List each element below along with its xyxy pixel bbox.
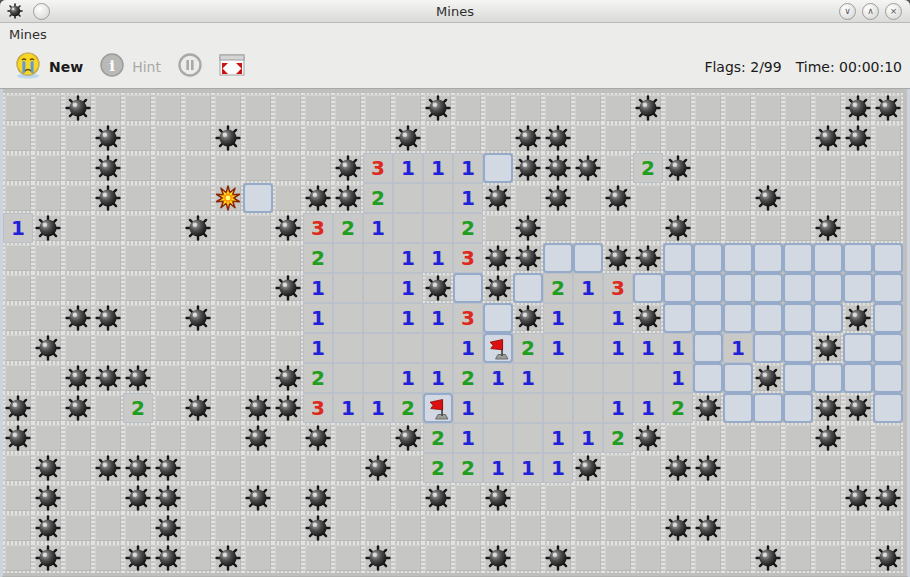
cell-r11-c29[interactable] [873, 423, 903, 453]
cell-r6-c20[interactable]: 3 [603, 273, 633, 303]
cell-r1-c12[interactable] [363, 123, 393, 153]
cell-r10-c0-mine[interactable] [3, 393, 33, 423]
cell-r15-c17[interactable] [513, 543, 543, 573]
cell-r4-c26[interactable] [783, 213, 813, 243]
cell-r1-c28-mine[interactable] [843, 123, 873, 153]
cell-r9-c24[interactable] [723, 363, 753, 393]
cell-r10-c17[interactable] [513, 393, 543, 423]
cell-r15-c6[interactable] [183, 543, 213, 573]
cell-r5-c25[interactable] [753, 243, 783, 273]
cell-r10-c6-mine[interactable] [183, 393, 213, 423]
cell-r6-c1[interactable] [33, 273, 63, 303]
pause-button[interactable] [169, 48, 211, 86]
cell-r6-c19[interactable]: 1 [573, 273, 603, 303]
cell-r9-c26[interactable] [783, 363, 813, 393]
cell-r3-c2[interactable] [63, 183, 93, 213]
cell-r8-c29[interactable] [873, 333, 903, 363]
cell-r5-c1[interactable] [33, 243, 63, 273]
cell-r12-c6[interactable] [183, 453, 213, 483]
cell-r13-c12[interactable] [363, 483, 393, 513]
cell-r10-c24[interactable] [723, 393, 753, 423]
cell-r8-c25[interactable] [753, 333, 783, 363]
cell-r5-c18[interactable] [543, 243, 573, 273]
cell-r13-c24[interactable] [723, 483, 753, 513]
cell-r15-c25-mine[interactable] [753, 543, 783, 573]
cell-r9-c14[interactable]: 1 [423, 363, 453, 393]
cell-r12-c10[interactable] [303, 453, 333, 483]
cell-r3-c27[interactable] [813, 183, 843, 213]
cell-r7-c16[interactable] [483, 303, 513, 333]
cell-r10-c11[interactable]: 1 [333, 393, 363, 423]
cell-r3-c5[interactable] [153, 183, 183, 213]
cell-r0-c25[interactable] [753, 93, 783, 123]
cell-r7-c22[interactable] [663, 303, 693, 333]
cell-r15-c11[interactable] [333, 543, 363, 573]
cell-r5-c15[interactable]: 3 [453, 243, 483, 273]
cell-r14-c2[interactable] [63, 513, 93, 543]
cell-r4-c14[interactable] [423, 213, 453, 243]
cell-r7-c21-mine[interactable] [633, 303, 663, 333]
cell-r9-c17[interactable]: 1 [513, 363, 543, 393]
cell-r9-c21[interactable] [633, 363, 663, 393]
cell-r5-c6[interactable] [183, 243, 213, 273]
cell-r5-c8[interactable] [243, 243, 273, 273]
cell-r2-c8[interactable] [243, 153, 273, 183]
cell-r2-c15[interactable]: 1 [453, 153, 483, 183]
cell-r1-c3-mine[interactable] [93, 123, 123, 153]
cell-r2-c17-mine[interactable] [513, 153, 543, 183]
cell-r13-c18[interactable] [543, 483, 573, 513]
cell-r6-c4[interactable] [123, 273, 153, 303]
cell-r8-c10[interactable]: 1 [303, 333, 333, 363]
cell-r2-c3-mine[interactable] [93, 153, 123, 183]
cell-r2-c1[interactable] [33, 153, 63, 183]
cell-r9-c5[interactable] [153, 363, 183, 393]
cell-r5-c0[interactable] [3, 243, 33, 273]
cell-r11-c9[interactable] [273, 423, 303, 453]
cell-r15-c4-mine[interactable] [123, 543, 153, 573]
cell-r6-c7[interactable] [213, 273, 243, 303]
cell-r12-c4-mine[interactable] [123, 453, 153, 483]
cell-r3-c18-mine[interactable] [543, 183, 573, 213]
cell-r0-c6[interactable] [183, 93, 213, 123]
cell-r8-c13[interactable] [393, 333, 423, 363]
cell-r13-c5-mine[interactable] [153, 483, 183, 513]
cell-r10-c25[interactable] [753, 393, 783, 423]
cell-r8-c20[interactable]: 1 [603, 333, 633, 363]
cell-r4-c19[interactable] [573, 213, 603, 243]
cell-r6-c5[interactable] [153, 273, 183, 303]
cell-r3-c4[interactable] [123, 183, 153, 213]
cell-r6-c10[interactable]: 1 [303, 273, 333, 303]
cell-r2-c0[interactable] [3, 153, 33, 183]
cell-r12-c15[interactable]: 2 [453, 453, 483, 483]
cell-r11-c5[interactable] [153, 423, 183, 453]
close-button[interactable]: × [885, 3, 902, 20]
cell-r0-c16[interactable] [483, 93, 513, 123]
cell-r1-c0[interactable] [3, 123, 33, 153]
cell-r4-c24[interactable] [723, 213, 753, 243]
cell-r7-c28-mine[interactable] [843, 303, 873, 333]
cell-r13-c6[interactable] [183, 483, 213, 513]
cell-r3-c29[interactable] [873, 183, 903, 213]
cell-r6-c18[interactable]: 2 [543, 273, 573, 303]
cell-r13-c21[interactable] [633, 483, 663, 513]
cell-r2-c20[interactable] [603, 153, 633, 183]
cell-r1-c25[interactable] [753, 123, 783, 153]
cell-r4-c21[interactable] [633, 213, 663, 243]
cell-r1-c17-mine[interactable] [513, 123, 543, 153]
cell-r5-c12[interactable] [363, 243, 393, 273]
cell-r0-c17[interactable] [513, 93, 543, 123]
cell-r2-c6[interactable] [183, 153, 213, 183]
fullscreen-button[interactable] [211, 50, 253, 84]
cell-r3-c24[interactable] [723, 183, 753, 213]
cell-r5-c22[interactable] [663, 243, 693, 273]
cell-r7-c17-mine[interactable] [513, 303, 543, 333]
cell-r11-c2[interactable] [63, 423, 93, 453]
cell-r6-c9-mine[interactable] [273, 273, 303, 303]
cell-r7-c9[interactable] [273, 303, 303, 333]
cell-r5-c5[interactable] [153, 243, 183, 273]
cell-r2-c4[interactable] [123, 153, 153, 183]
cell-r12-c13[interactable] [393, 453, 423, 483]
cell-r12-c21[interactable] [633, 453, 663, 483]
cell-r15-c9[interactable] [273, 543, 303, 573]
cell-r3-c12[interactable]: 2 [363, 183, 393, 213]
cell-r2-c27[interactable] [813, 153, 843, 183]
cell-r7-c15[interactable]: 3 [453, 303, 483, 333]
cell-r13-c17[interactable] [513, 483, 543, 513]
cell-r1-c26[interactable] [783, 123, 813, 153]
cell-r15-c13[interactable] [393, 543, 423, 573]
cell-r8-c6[interactable] [183, 333, 213, 363]
cell-r14-c25[interactable] [753, 513, 783, 543]
cell-r4-c25[interactable] [753, 213, 783, 243]
cell-r15-c28[interactable] [843, 543, 873, 573]
cell-r9-c1[interactable] [33, 363, 63, 393]
cell-r8-c9[interactable] [273, 333, 303, 363]
cell-r8-c24[interactable]: 1 [723, 333, 753, 363]
cell-r1-c19[interactable] [573, 123, 603, 153]
cell-r2-c9[interactable] [273, 153, 303, 183]
cell-r2-c10[interactable] [303, 153, 333, 183]
cell-r11-c6[interactable] [183, 423, 213, 453]
cell-r13-c27[interactable] [813, 483, 843, 513]
cell-r5-c2[interactable] [63, 243, 93, 273]
cell-r4-c17-mine[interactable] [513, 213, 543, 243]
cell-r3-c26[interactable] [783, 183, 813, 213]
cell-r14-c12[interactable] [363, 513, 393, 543]
cell-r7-c1[interactable] [33, 303, 63, 333]
cell-r15-c10[interactable] [303, 543, 333, 573]
cell-r11-c23[interactable] [693, 423, 723, 453]
cell-r14-c18[interactable] [543, 513, 573, 543]
cell-r13-c1-mine[interactable] [33, 483, 63, 513]
cell-r15-c18-mine[interactable] [543, 543, 573, 573]
cell-r15-c21[interactable] [633, 543, 663, 573]
cell-r4-c1-mine[interactable] [33, 213, 63, 243]
cell-r11-c28[interactable] [843, 423, 873, 453]
hint-button[interactable]: i Hint [91, 48, 169, 86]
cell-r3-c0[interactable] [3, 183, 33, 213]
cell-r7-c19[interactable] [573, 303, 603, 333]
cell-r10-c2-mine[interactable] [63, 393, 93, 423]
cell-r11-c21-mine[interactable] [633, 423, 663, 453]
cell-r10-c22[interactable]: 2 [663, 393, 693, 423]
cell-r8-c0[interactable] [3, 333, 33, 363]
cell-r15-c27[interactable] [813, 543, 843, 573]
cell-r12-c5-mine[interactable] [153, 453, 183, 483]
cell-r5-c16-mine[interactable] [483, 243, 513, 273]
cell-r9-c0[interactable] [3, 363, 33, 393]
cell-r0-c22[interactable] [663, 93, 693, 123]
cell-r5-c23[interactable] [693, 243, 723, 273]
cell-r6-c21[interactable] [633, 273, 663, 303]
cell-r12-c24[interactable] [723, 453, 753, 483]
cell-r4-c13[interactable] [393, 213, 423, 243]
cell-r9-c20[interactable] [603, 363, 633, 393]
cell-r3-c19[interactable] [573, 183, 603, 213]
cell-r10-c16[interactable] [483, 393, 513, 423]
cell-r9-c18[interactable] [543, 363, 573, 393]
cell-r8-c17[interactable]: 2 [513, 333, 543, 363]
cell-r3-c11-mine[interactable] [333, 183, 363, 213]
cell-r3-c15[interactable]: 1 [453, 183, 483, 213]
cell-r7-c25[interactable] [753, 303, 783, 333]
cell-r0-c2-mine[interactable] [63, 93, 93, 123]
cell-r0-c15[interactable] [453, 93, 483, 123]
cell-r10-c23-mine[interactable] [693, 393, 723, 423]
cell-r10-c12[interactable]: 1 [363, 393, 393, 423]
cell-r14-c17[interactable] [513, 513, 543, 543]
cell-r12-c3-mine[interactable] [93, 453, 123, 483]
cell-r9-c25-mine[interactable] [753, 363, 783, 393]
cell-r3-c21[interactable] [633, 183, 663, 213]
cell-r0-c18[interactable] [543, 93, 573, 123]
cell-r5-c4[interactable] [123, 243, 153, 273]
cell-r5-c9[interactable] [273, 243, 303, 273]
cell-r6-c23[interactable] [693, 273, 723, 303]
cell-r1-c10[interactable] [303, 123, 333, 153]
cell-r6-c0[interactable] [3, 273, 33, 303]
cell-r4-c23[interactable] [693, 213, 723, 243]
cell-r1-c27-mine[interactable] [813, 123, 843, 153]
cell-r15-c16-mine[interactable] [483, 543, 513, 573]
cell-r12-c2[interactable] [63, 453, 93, 483]
cell-r14-c29[interactable] [873, 513, 903, 543]
cell-r9-c16[interactable]: 1 [483, 363, 513, 393]
cell-r0-c26[interactable] [783, 93, 813, 123]
cell-r15-c1-mine[interactable] [33, 543, 63, 573]
cell-r14-c27[interactable] [813, 513, 843, 543]
cell-r8-c5[interactable] [153, 333, 183, 363]
cell-r4-c2[interactable] [63, 213, 93, 243]
cell-r1-c24[interactable] [723, 123, 753, 153]
cell-r6-c27[interactable] [813, 273, 843, 303]
cell-r12-c18[interactable]: 1 [543, 453, 573, 483]
cell-r12-c26[interactable] [783, 453, 813, 483]
cell-r7-c5[interactable] [153, 303, 183, 333]
cell-r15-c24[interactable] [723, 543, 753, 573]
cell-r6-c6[interactable] [183, 273, 213, 303]
cell-r2-c28[interactable] [843, 153, 873, 183]
cell-r3-c9[interactable] [273, 183, 303, 213]
cell-r9-c9-mine[interactable] [273, 363, 303, 393]
cell-r11-c15[interactable]: 1 [453, 423, 483, 453]
cell-r15-c29-mine[interactable] [873, 543, 903, 573]
cell-r8-c19[interactable] [573, 333, 603, 363]
cell-r6-c16-mine[interactable] [483, 273, 513, 303]
cell-r0-c20[interactable] [603, 93, 633, 123]
cell-r13-c10-mine[interactable] [303, 483, 333, 513]
cell-r5-c27[interactable] [813, 243, 843, 273]
cell-r10-c7[interactable] [213, 393, 243, 423]
cell-r7-c20[interactable]: 1 [603, 303, 633, 333]
cell-r5-c24[interactable] [723, 243, 753, 273]
cell-r15-c0[interactable] [3, 543, 33, 573]
cell-r2-c16[interactable] [483, 153, 513, 183]
cell-r8-c11[interactable] [333, 333, 363, 363]
cell-r10-c5[interactable] [153, 393, 183, 423]
cell-r15-c7-mine[interactable] [213, 543, 243, 573]
cell-r0-c10[interactable] [303, 93, 333, 123]
cell-r2-c11-mine[interactable] [333, 153, 363, 183]
cell-r5-c11[interactable] [333, 243, 363, 273]
cell-r13-c13[interactable] [393, 483, 423, 513]
cell-r15-c20[interactable] [603, 543, 633, 573]
cell-r11-c19[interactable]: 1 [573, 423, 603, 453]
cell-r13-c4-mine[interactable] [123, 483, 153, 513]
cell-r3-c3-mine[interactable] [93, 183, 123, 213]
cell-r11-c13-mine[interactable] [393, 423, 423, 453]
cell-r13-c7[interactable] [213, 483, 243, 513]
cell-r5-c13[interactable]: 1 [393, 243, 423, 273]
cell-r14-c22-mine[interactable] [663, 513, 693, 543]
cell-r2-c2[interactable] [63, 153, 93, 183]
cell-r11-c20[interactable]: 2 [603, 423, 633, 453]
cell-r14-c4[interactable] [123, 513, 153, 543]
cell-r12-c8[interactable] [243, 453, 273, 483]
cell-r8-c22[interactable]: 1 [663, 333, 693, 363]
cell-r14-c1-mine[interactable] [33, 513, 63, 543]
cell-r9-c13[interactable]: 1 [393, 363, 423, 393]
cell-r8-c4[interactable] [123, 333, 153, 363]
cell-r7-c13[interactable]: 1 [393, 303, 423, 333]
cell-r5-c7[interactable] [213, 243, 243, 273]
cell-r3-c23[interactable] [693, 183, 723, 213]
cell-r6-c17[interactable] [513, 273, 543, 303]
cell-r12-c14[interactable]: 2 [423, 453, 453, 483]
cell-r15-c14[interactable] [423, 543, 453, 573]
cell-r9-c15[interactable]: 2 [453, 363, 483, 393]
cell-r4-c15[interactable]: 2 [453, 213, 483, 243]
cell-r0-c27[interactable] [813, 93, 843, 123]
cell-r11-c14[interactable]: 2 [423, 423, 453, 453]
cell-r15-c5-mine[interactable] [153, 543, 183, 573]
cell-r13-c16-mine[interactable] [483, 483, 513, 513]
cell-r10-c13[interactable]: 2 [393, 393, 423, 423]
cell-r7-c0[interactable] [3, 303, 33, 333]
cell-r10-c8-mine[interactable] [243, 393, 273, 423]
cell-r2-c12[interactable]: 3 [363, 153, 393, 183]
cell-r14-c7[interactable] [213, 513, 243, 543]
cell-r6-c12[interactable] [363, 273, 393, 303]
cell-r6-c29[interactable] [873, 273, 903, 303]
cell-r9-c4-mine[interactable] [123, 363, 153, 393]
cell-r14-c0[interactable] [3, 513, 33, 543]
cell-r14-c5-mine[interactable] [153, 513, 183, 543]
cell-r4-c20[interactable] [603, 213, 633, 243]
cell-r2-c13[interactable]: 1 [393, 153, 423, 183]
cell-r7-c7[interactable] [213, 303, 243, 333]
cell-r3-c6[interactable] [183, 183, 213, 213]
cell-r1-c21[interactable] [633, 123, 663, 153]
cell-r12-c16[interactable]: 1 [483, 453, 513, 483]
cell-r2-c21[interactable]: 2 [633, 153, 663, 183]
cell-r4-c10[interactable]: 3 [303, 213, 333, 243]
cell-r2-c14[interactable]: 1 [423, 153, 453, 183]
cell-r4-c18[interactable] [543, 213, 573, 243]
cell-r4-c16[interactable] [483, 213, 513, 243]
menu-mines[interactable]: Mines [0, 25, 56, 44]
cell-r0-c19[interactable] [573, 93, 603, 123]
cell-r1-c2[interactable] [63, 123, 93, 153]
cell-r4-c7[interactable] [213, 213, 243, 243]
cell-r2-c26[interactable] [783, 153, 813, 183]
cell-r9-c11[interactable] [333, 363, 363, 393]
cell-r7-c18[interactable]: 1 [543, 303, 573, 333]
cell-r12-c1-mine[interactable] [33, 453, 63, 483]
cell-r9-c12[interactable] [363, 363, 393, 393]
cell-r9-c27[interactable] [813, 363, 843, 393]
cell-r15-c15[interactable] [453, 543, 483, 573]
cell-r1-c16[interactable] [483, 123, 513, 153]
cell-r6-c13[interactable]: 1 [393, 273, 423, 303]
cell-r14-c23-mine[interactable] [693, 513, 723, 543]
cell-r12-c28[interactable] [843, 453, 873, 483]
cell-r4-c6-mine[interactable] [183, 213, 213, 243]
cell-r12-c27[interactable] [813, 453, 843, 483]
cell-r10-c15[interactable]: 1 [453, 393, 483, 423]
cell-r13-c3[interactable] [93, 483, 123, 513]
cell-r2-c29[interactable] [873, 153, 903, 183]
cell-r10-c9-mine[interactable] [273, 393, 303, 423]
cell-r7-c27[interactable] [813, 303, 843, 333]
cell-r10-c27-mine[interactable] [813, 393, 843, 423]
cell-r14-c13[interactable] [393, 513, 423, 543]
cell-r1-c6[interactable] [183, 123, 213, 153]
cell-r9-c19[interactable] [573, 363, 603, 393]
cell-r3-c13[interactable] [393, 183, 423, 213]
cell-r9-c7[interactable] [213, 363, 243, 393]
cell-r1-c29[interactable] [873, 123, 903, 153]
cell-r4-c9-mine[interactable] [273, 213, 303, 243]
cell-r11-c10-mine[interactable] [303, 423, 333, 453]
cell-r6-c3[interactable] [93, 273, 123, 303]
cell-r12-c12-mine[interactable] [363, 453, 393, 483]
cell-r11-c18[interactable]: 1 [543, 423, 573, 453]
cell-r4-c28[interactable] [843, 213, 873, 243]
cell-r0-c12[interactable] [363, 93, 393, 123]
cell-r2-c19-mine[interactable] [573, 153, 603, 183]
cell-r3-c28[interactable] [843, 183, 873, 213]
cell-r13-c0[interactable] [3, 483, 33, 513]
cell-r11-c12[interactable] [363, 423, 393, 453]
cell-r11-c4[interactable] [123, 423, 153, 453]
cell-r8-c21[interactable]: 1 [633, 333, 663, 363]
cell-r3-c1[interactable] [33, 183, 63, 213]
